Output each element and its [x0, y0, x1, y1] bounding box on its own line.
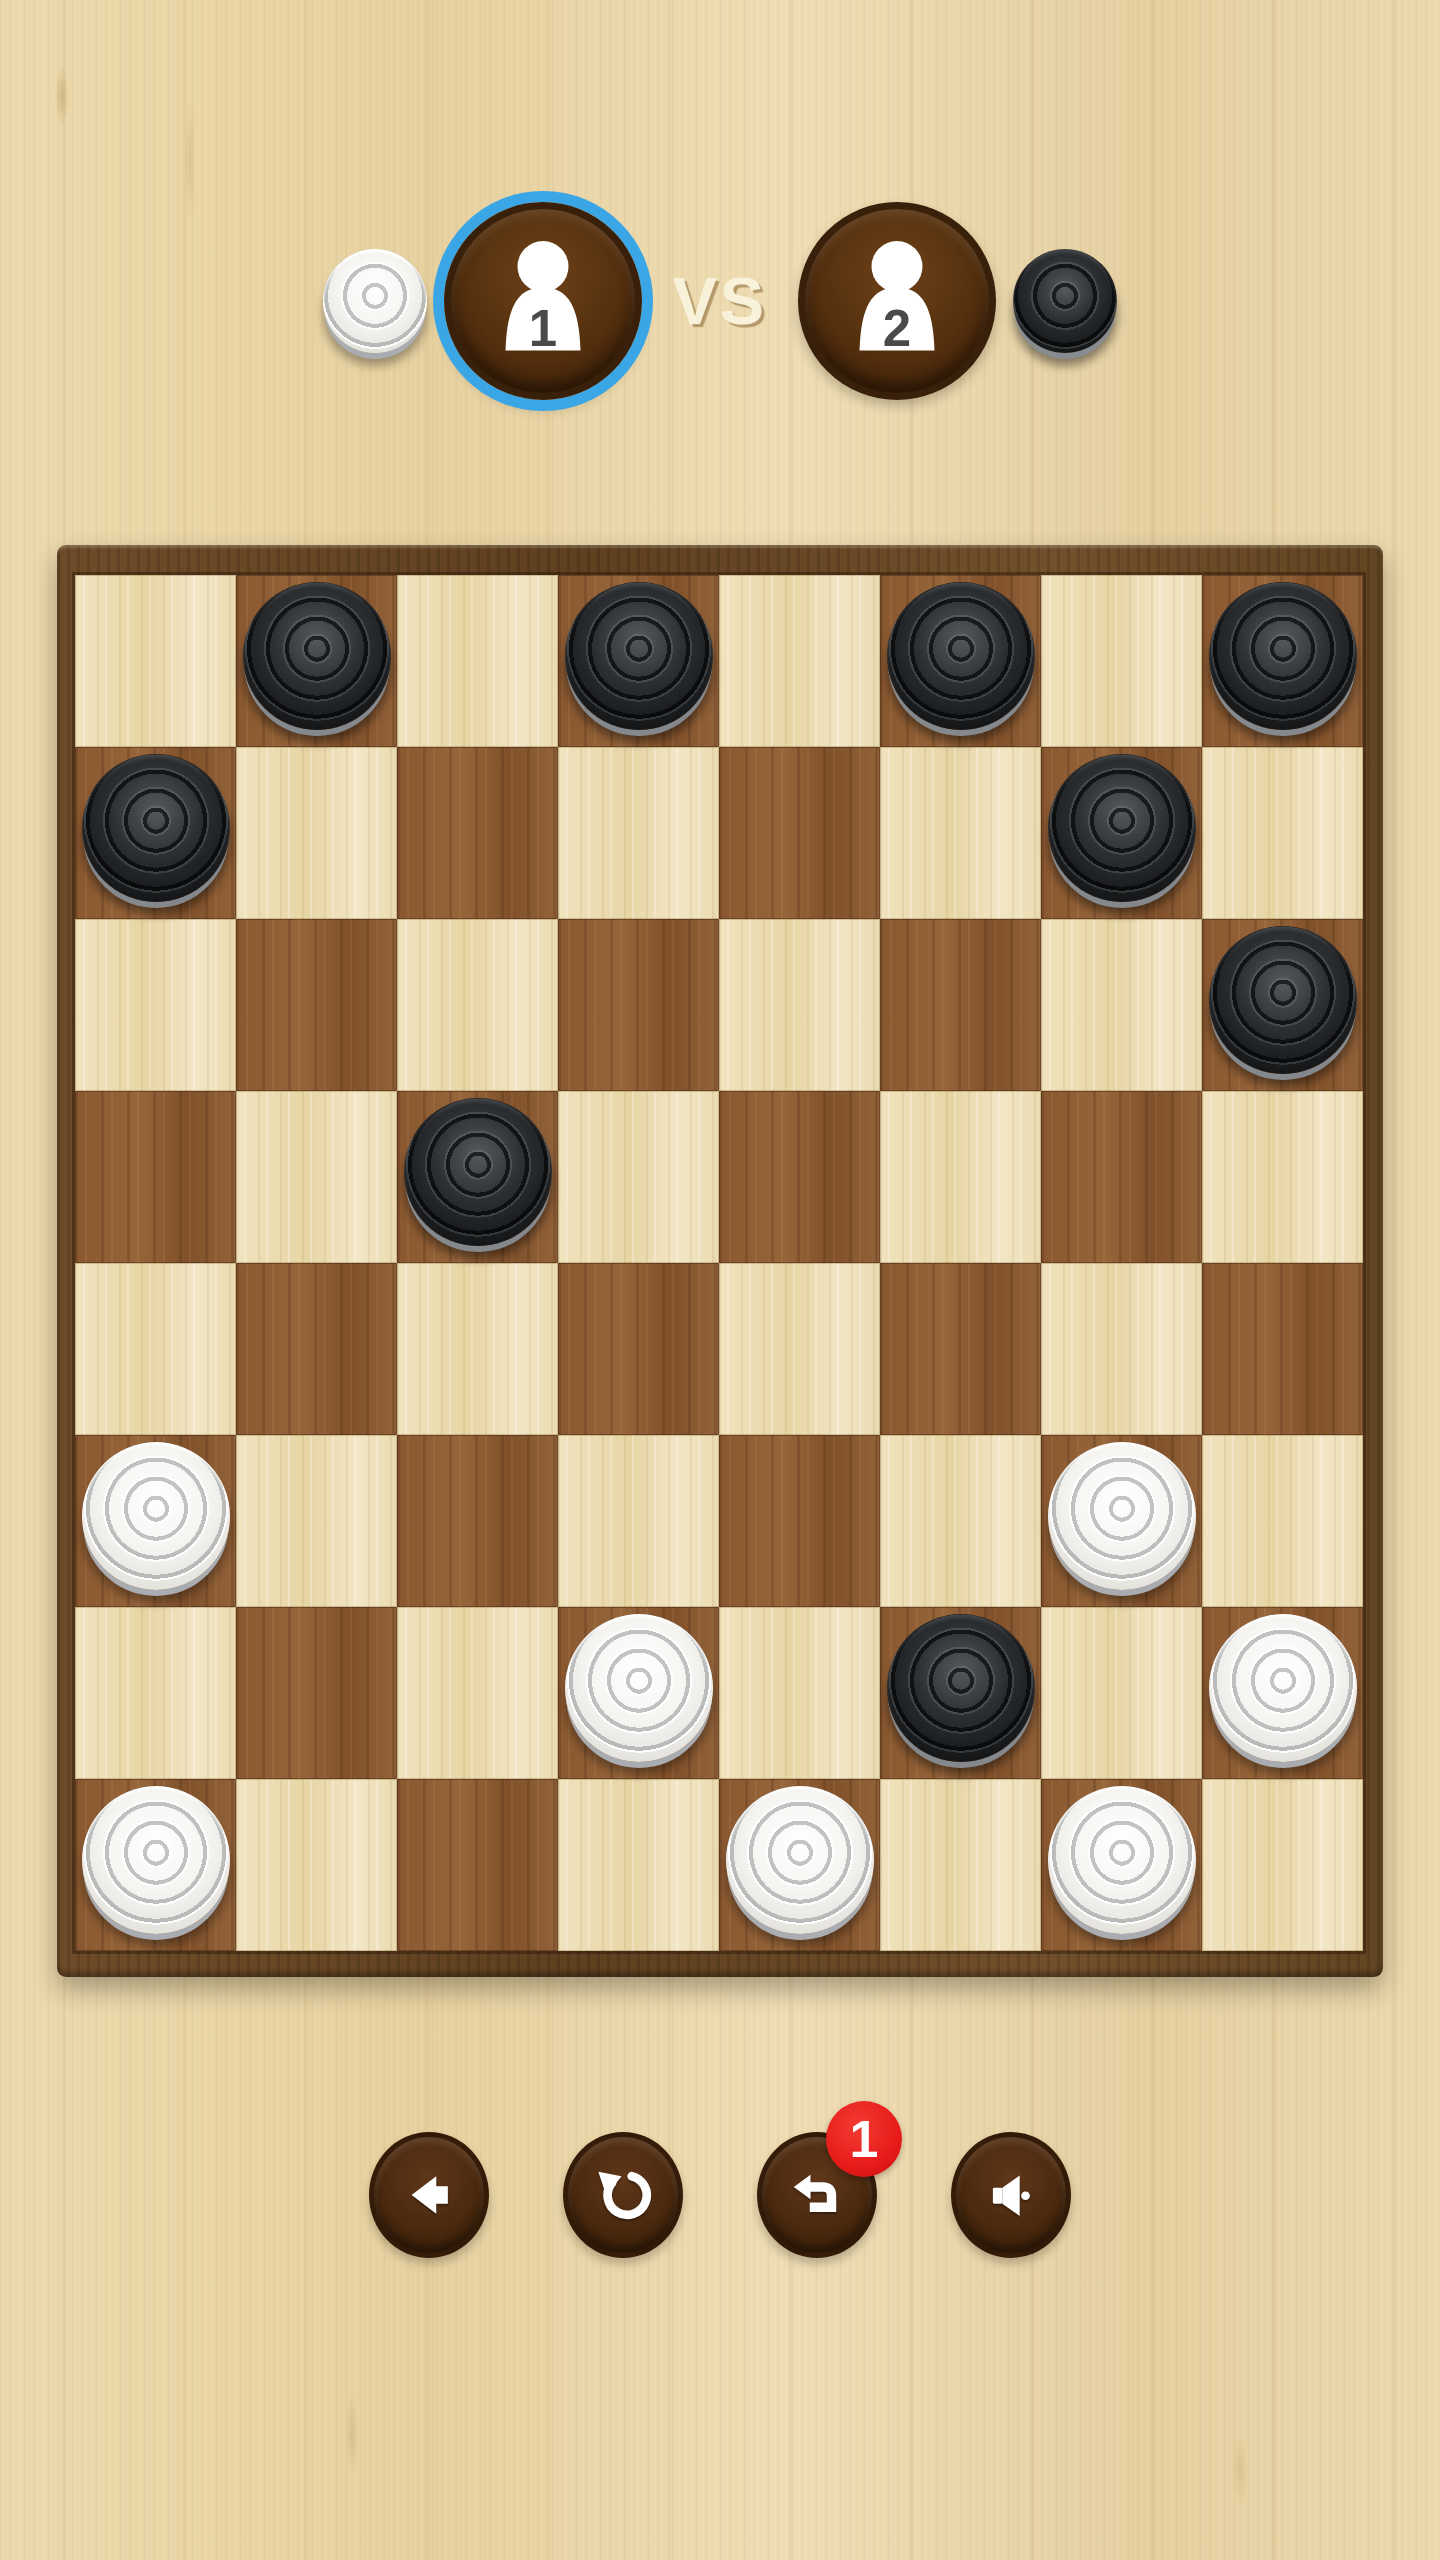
square-g5[interactable] [1041, 1091, 1202, 1263]
square-b6[interactable] [236, 919, 397, 1091]
white-checker[interactable] [82, 1786, 230, 1934]
square-c6 [397, 919, 558, 1091]
square-h4[interactable] [1202, 1263, 1363, 1435]
player1-number: 1 [529, 300, 557, 357]
square-a3[interactable] [75, 1435, 236, 1607]
black-checker[interactable] [243, 582, 391, 730]
square-d5 [558, 1091, 719, 1263]
undo-icon [788, 2166, 846, 2224]
back-button[interactable] [369, 2132, 489, 2258]
square-a7[interactable] [75, 747, 236, 919]
square-g8 [1041, 575, 1202, 747]
square-c7[interactable] [397, 747, 558, 919]
player-icon: 2 [822, 226, 972, 376]
square-c1[interactable] [397, 1779, 558, 1951]
square-f1 [880, 1779, 1041, 1951]
white-checker[interactable] [565, 1614, 713, 1762]
black-checker[interactable] [1209, 926, 1357, 1074]
square-b4[interactable] [236, 1263, 397, 1435]
wood-background: { "game": "checkers", "header": { "left_… [0, 0, 1440, 2560]
black-checker[interactable] [565, 582, 713, 730]
square-d8[interactable] [558, 575, 719, 747]
square-e4 [719, 1263, 880, 1435]
square-f3 [880, 1435, 1041, 1607]
black-checker[interactable] [1048, 754, 1196, 902]
square-c4 [397, 1263, 558, 1435]
board [57, 545, 1383, 1977]
square-e3[interactable] [719, 1435, 880, 1607]
square-c8 [397, 575, 558, 747]
square-h3 [1202, 1435, 1363, 1607]
square-g2 [1041, 1607, 1202, 1779]
square-e2 [719, 1607, 880, 1779]
square-g7[interactable] [1041, 747, 1202, 919]
white-checker-indicator [323, 249, 427, 353]
player1-avatar: 1 [444, 202, 642, 400]
undo-button[interactable]: 1 [757, 2132, 877, 2258]
white-checker[interactable] [726, 1786, 874, 1934]
player2-number: 2 [883, 300, 911, 357]
square-d6[interactable] [558, 919, 719, 1091]
undo-badge: 1 [826, 2101, 902, 2177]
square-c3[interactable] [397, 1435, 558, 1607]
square-f5 [880, 1091, 1041, 1263]
square-e6 [719, 919, 880, 1091]
black-checker-indicator [1013, 249, 1117, 353]
player-icon: 1 [468, 226, 618, 376]
sound-button[interactable] [951, 2132, 1071, 2258]
black-checker[interactable] [404, 1098, 552, 1246]
square-f6[interactable] [880, 919, 1041, 1091]
square-h2[interactable] [1202, 1607, 1363, 1779]
vs-label: VS [659, 263, 781, 339]
square-h6[interactable] [1202, 919, 1363, 1091]
square-b3 [236, 1435, 397, 1607]
square-f8[interactable] [880, 575, 1041, 747]
square-c2 [397, 1607, 558, 1779]
square-a4 [75, 1263, 236, 1435]
square-d3 [558, 1435, 719, 1607]
square-a8 [75, 575, 236, 747]
square-a2 [75, 1607, 236, 1779]
square-h7 [1202, 747, 1363, 919]
white-checker[interactable] [82, 1442, 230, 1590]
square-e8 [719, 575, 880, 747]
toolbar: 1 [0, 2132, 1440, 2258]
back-arrow-icon [400, 2166, 458, 2224]
square-f2[interactable] [880, 1607, 1041, 1779]
square-e7[interactable] [719, 747, 880, 919]
black-checker[interactable] [887, 1614, 1035, 1762]
square-b8[interactable] [236, 575, 397, 747]
square-d2[interactable] [558, 1607, 719, 1779]
square-d1 [558, 1779, 719, 1951]
square-c5[interactable] [397, 1091, 558, 1263]
square-g3[interactable] [1041, 1435, 1202, 1607]
square-e1[interactable] [719, 1779, 880, 1951]
white-checker[interactable] [1048, 1442, 1196, 1590]
square-b1 [236, 1779, 397, 1951]
square-f4[interactable] [880, 1263, 1041, 1435]
restart-button[interactable] [563, 2132, 683, 2258]
black-checker[interactable] [1209, 582, 1357, 730]
speaker-icon [982, 2166, 1040, 2224]
restart-icon [594, 2166, 652, 2224]
black-checker[interactable] [887, 582, 1035, 730]
square-e5[interactable] [719, 1091, 880, 1263]
square-d7 [558, 747, 719, 919]
square-f7 [880, 747, 1041, 919]
square-b7 [236, 747, 397, 919]
square-a5[interactable] [75, 1091, 236, 1263]
white-checker[interactable] [1209, 1614, 1357, 1762]
players-header: 1 VS 2 [0, 202, 1440, 400]
white-checker[interactable] [1048, 1786, 1196, 1934]
square-b2[interactable] [236, 1607, 397, 1779]
square-h1 [1202, 1779, 1363, 1951]
square-g1[interactable] [1041, 1779, 1202, 1951]
player2-avatar: 2 [798, 202, 996, 400]
board-grid [75, 575, 1363, 1951]
square-a1[interactable] [75, 1779, 236, 1951]
square-b5 [236, 1091, 397, 1263]
square-h5 [1202, 1091, 1363, 1263]
square-a6 [75, 919, 236, 1091]
square-d4[interactable] [558, 1263, 719, 1435]
square-g6 [1041, 919, 1202, 1091]
black-checker[interactable] [82, 754, 230, 902]
square-h8[interactable] [1202, 575, 1363, 747]
square-g4 [1041, 1263, 1202, 1435]
